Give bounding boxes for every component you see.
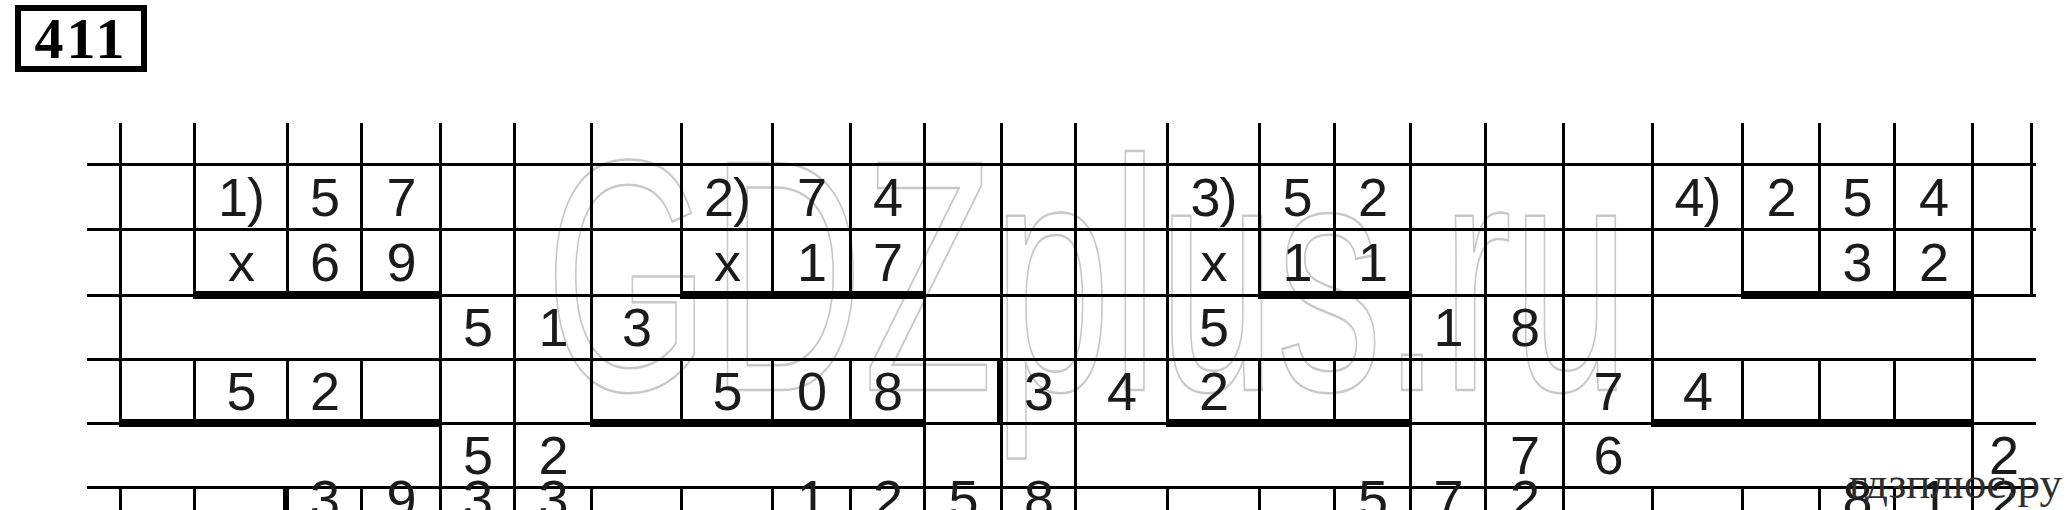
grid-cell-r5-c3: 3 — [513, 487, 590, 510]
digit: 1 — [1282, 235, 1311, 289]
grid-cell-r3-c17 — [439, 359, 513, 423]
grid-cell-r2-c19 — [1651, 229, 1741, 295]
grid-cell-r2-c13: x — [1166, 229, 1258, 295]
grid-cell-r2-c3: 9 — [360, 229, 439, 295]
grid-cell-r5-c13: 5 — [1333, 487, 1409, 510]
result-line — [680, 291, 923, 299]
grid-cell-r4-c12 — [1971, 359, 2033, 423]
grid-cell-r3-c19 — [590, 359, 680, 423]
grid-cell-r2-c10 — [923, 229, 1000, 295]
digit: 1 — [1358, 235, 1387, 289]
digit: 1 — [1433, 300, 1462, 354]
grid-cell-r1-c2: 5 — [286, 164, 360, 229]
digit: 2 — [1766, 170, 1795, 224]
digit: 3 — [310, 472, 339, 510]
grid-cell-r3-c7: 5 — [1166, 295, 1258, 359]
grid-cell-r3-c5 — [1000, 295, 1074, 359]
grid-cell-r5-c16 — [1562, 487, 1651, 510]
digit: 4 — [1683, 364, 1712, 418]
digit: 1 — [797, 472, 826, 510]
grid-cell-r4-c4 — [1333, 359, 1409, 423]
grid-cell-r2-c9: 7 — [849, 229, 923, 295]
digit: 8 — [1024, 472, 1053, 510]
result-line — [1741, 291, 1971, 299]
grid-cell-r0-c5 — [513, 123, 590, 164]
digit: 5 — [463, 300, 492, 354]
grid-cell-r3-c3: 3 — [590, 295, 680, 359]
grid-cell-r1-c21: 5 — [1818, 164, 1893, 229]
grid-cell-r1-c4 — [439, 164, 513, 229]
result-line — [119, 419, 439, 427]
grid-cell-r3-c6 — [1074, 295, 1166, 359]
grid-cell-r5-c0: 3 — [286, 487, 360, 510]
grid-cell-r0-c1 — [193, 123, 286, 164]
digit: 2 — [1358, 170, 1387, 224]
grid-cell-r0-c22 — [1893, 123, 1971, 164]
digit: 4 — [1107, 364, 1136, 418]
grid-cell-r3-c21: 0 — [771, 359, 849, 423]
grid-cell-r4-c6 — [1484, 359, 1562, 423]
result-line — [1166, 419, 1409, 427]
digit: 5 — [1842, 170, 1871, 224]
digit: 3 — [1842, 235, 1871, 289]
grid-cell-r1-c11 — [1000, 164, 1074, 229]
worksheet-page: 411 GDZplus.ru 1)572)743)524)254x69x17x1… — [0, 0, 2068, 510]
grid-cell-r0-c14 — [1258, 123, 1333, 164]
grid-cell-r3-c14: 5 — [193, 359, 286, 423]
grid-cell-r0-c20 — [1741, 123, 1818, 164]
grid-cell-r1-c20: 2 — [1741, 164, 1818, 229]
digit: 3 — [538, 472, 567, 510]
grid-cell-r0-c12 — [1074, 123, 1166, 164]
grid-cell-r0-c18 — [1562, 123, 1651, 164]
grid-cell-r3-c8: 1 — [1409, 295, 1484, 359]
grid-cell-r2-c18 — [1562, 229, 1651, 295]
multiply-sign: x — [714, 235, 740, 289]
grid-cell-r3-c20: 5 — [680, 359, 771, 423]
grid-cell-r5-c5 — [680, 487, 771, 510]
grid-cell-r3-c0 — [119, 295, 193, 359]
grid-cell-r2-c5 — [513, 229, 590, 295]
grid-cell-r2-c12 — [1074, 229, 1166, 295]
grid-cell-r5-c6: 1 — [771, 487, 849, 510]
grid-cell-r2-c6 — [590, 229, 680, 295]
grid-cell-r5-c11 — [1166, 487, 1258, 510]
grid-cell-r1-c12 — [1074, 164, 1166, 229]
grid-cell-r0-c11 — [1000, 123, 1074, 164]
digit: 6 — [310, 235, 339, 289]
grid-cell-r1-c16 — [1409, 164, 1484, 229]
grid-cell-r0-c7 — [680, 123, 771, 164]
grid-cell-r3-c15: 2 — [286, 359, 360, 423]
grid-cell-r3-c4 — [923, 295, 1000, 359]
grid-cell-r4-c23 — [193, 487, 286, 510]
grid-cell-r3-c10 — [1562, 295, 1651, 359]
digit: 1 — [797, 235, 826, 289]
problem-label: 1) — [218, 170, 264, 224]
grid-cell-r2-c4 — [439, 229, 513, 295]
grid-cell-r4-c2: 2 — [1166, 359, 1258, 423]
grid-cell-r0-c10 — [923, 123, 1000, 164]
grid-cell-r4-c1: 4 — [1074, 359, 1166, 423]
digit: 3 — [622, 300, 651, 354]
digit: 6 — [1593, 428, 1622, 482]
grid-cell-r0-c9 — [849, 123, 923, 164]
grid-cell-r5-c15: 2 — [1484, 487, 1562, 510]
grid-cell-r4-c9 — [1741, 359, 1818, 423]
grid-cell-r0-c6 — [590, 123, 680, 164]
grid-cell-r4-c0: 3 — [1000, 359, 1074, 423]
grid-cell-r2-c23 — [1971, 229, 2033, 295]
grid-cell-r1-c13: 3) — [1166, 164, 1258, 229]
digit: 3 — [463, 472, 492, 510]
grid-cell-r2-c1: x — [193, 229, 286, 295]
grid-cell-r0-c16 — [1409, 123, 1484, 164]
grid-cell-r4-c8: 4 — [1651, 359, 1741, 423]
grid-cell-r3-c18 — [513, 359, 590, 423]
grid-cell-r1-c19: 4) — [1651, 164, 1741, 229]
grid-cell-r2-c17 — [1484, 229, 1562, 295]
grid-cell-r0-c21 — [1818, 123, 1893, 164]
grid-cell-r1-c1: 1) — [193, 164, 286, 229]
digit: 0 — [797, 364, 826, 418]
digit: 5 — [712, 364, 741, 418]
grid-cell-r0-c0 — [119, 123, 193, 164]
grid-cell-r4-c10 — [1818, 359, 1893, 423]
multiply-sign: x — [228, 235, 254, 289]
grid-cell-r0-c3 — [360, 123, 439, 164]
problem-label: 3) — [1190, 170, 1236, 224]
result-line — [590, 419, 923, 427]
corner-watermark: гдзплюс.ру — [1849, 461, 2062, 506]
digit: 2 — [1919, 235, 1948, 289]
digit: 5 — [1282, 170, 1311, 224]
grid-cell-r1-c9: 4 — [849, 164, 923, 229]
digit: 4 — [873, 170, 902, 224]
grid-cell-r2-c15: 1 — [1333, 229, 1409, 295]
task-number: 411 — [35, 10, 128, 68]
grid-cell-r5-c9: 8 — [1000, 487, 1074, 510]
multiply-sign: x — [1201, 235, 1227, 289]
digit: 7 — [797, 170, 826, 224]
digit: 5 — [310, 170, 339, 224]
digit: 7 — [1433, 472, 1462, 510]
grid-cell-r1-c3: 7 — [360, 164, 439, 229]
grid-cell-r1-c17 — [1484, 164, 1562, 229]
grid-cell-r5-c12 — [1258, 487, 1333, 510]
worksheet-grid: 1)572)743)524)254x69x17x1132513518525083… — [119, 123, 2033, 510]
grid-cell-r5-c17 — [1651, 487, 1741, 510]
grid-cell-r3-c12 — [1971, 295, 2033, 359]
grid-cell-r0-c17 — [1484, 123, 1562, 164]
grid-cell-r4-c17 — [1074, 423, 1166, 487]
digit: 2 — [873, 472, 902, 510]
grid-cell-r0-c8 — [771, 123, 849, 164]
result-line — [1258, 291, 1409, 299]
grid-cell-r3-c13 — [119, 359, 193, 423]
digit: 5 — [226, 364, 255, 418]
digit: 5 — [1358, 472, 1387, 510]
problem-label: 4) — [1674, 170, 1720, 224]
grid-cell-r1-c7: 2) — [680, 164, 771, 229]
grid-cell-r5-c1: 9 — [360, 487, 439, 510]
grid-cell-r3-c22: 8 — [849, 359, 923, 423]
grid-cell-r4-c20: 6 — [1562, 423, 1651, 487]
grid-cell-r2-c0 — [119, 229, 193, 295]
grid-cell-r3-c23 — [923, 359, 1000, 423]
digit: 3 — [1024, 364, 1053, 418]
grid-cell-r0-c4 — [439, 123, 513, 164]
digit: 8 — [1510, 300, 1539, 354]
grid-cell-r3-c1: 5 — [439, 295, 513, 359]
grid-cell-r1-c8: 7 — [771, 164, 849, 229]
grid-cell-r2-c14: 1 — [1258, 229, 1333, 295]
grid-cell-r0-c2 — [286, 123, 360, 164]
grid-cell-r2-c20 — [1741, 229, 1818, 295]
grid-cell-r2-c2: 6 — [286, 229, 360, 295]
grid-cell-r2-c11 — [1000, 229, 1074, 295]
digit: 8 — [873, 364, 902, 418]
digit: 9 — [386, 235, 415, 289]
grid-cell-r2-c22: 2 — [1893, 229, 1971, 295]
grid-cell-r0-c15 — [1333, 123, 1409, 164]
digit: 5 — [1199, 300, 1228, 354]
grid-cell-r5-c14: 7 — [1409, 487, 1484, 510]
grid-cell-r2-c8: 1 — [771, 229, 849, 295]
grid-cell-r5-c4 — [590, 487, 680, 510]
grid-cell-r1-c6 — [590, 164, 680, 229]
grid-cell-r4-c11 — [1893, 359, 1971, 423]
grid-cell-r3-c9: 8 — [1484, 295, 1562, 359]
grid-cell-r3-c11 — [1651, 295, 1741, 359]
grid-cell-r1-c10 — [923, 164, 1000, 229]
grid-cell-r5-c7: 2 — [849, 487, 923, 510]
digit: 7 — [873, 235, 902, 289]
digit: 7 — [1593, 364, 1622, 418]
grid-cell-r1-c15: 2 — [1333, 164, 1409, 229]
digit: 2 — [310, 364, 339, 418]
result-line — [1651, 419, 1971, 427]
task-number-box: 411 — [15, 5, 147, 72]
grid-cell-r5-c2: 3 — [439, 487, 513, 510]
grid-cell-r1-c5 — [513, 164, 590, 229]
digit: 9 — [386, 472, 415, 510]
grid-cell-r3-c16 — [360, 359, 439, 423]
grid-cell-r1-c14: 5 — [1258, 164, 1333, 229]
grid-cell-r1-c0 — [119, 164, 193, 229]
grid-cell-r2-c16 — [1409, 229, 1484, 295]
grid-cell-r1-c23 — [1971, 164, 2033, 229]
digit: 4 — [1919, 170, 1948, 224]
grid-cell-r5-c8: 5 — [923, 487, 1000, 510]
grid-cell-r0-c19 — [1651, 123, 1741, 164]
grid-cell-r1-c22: 4 — [1893, 164, 1971, 229]
digit: 2 — [1199, 364, 1228, 418]
grid-cell-r5-c10 — [1074, 487, 1166, 510]
digit: 7 — [386, 170, 415, 224]
grid-cell-r5-c18 — [1741, 487, 1818, 510]
digit: 1 — [538, 300, 567, 354]
grid-cell-r2-c7: x — [680, 229, 771, 295]
digit: 5 — [948, 472, 977, 510]
grid-cell-r4-c3 — [1258, 359, 1333, 423]
grid-cell-r0-c23 — [1971, 123, 2033, 164]
grid-cell-r3-c2: 1 — [513, 295, 590, 359]
grid-cell-r0-c13 — [1166, 123, 1258, 164]
grid-cell-r2-c21: 3 — [1818, 229, 1893, 295]
grid-cell-r1-c18 — [1562, 164, 1651, 229]
grid-cell-r4-c7: 7 — [1562, 359, 1651, 423]
digit: 2 — [1510, 472, 1539, 510]
problem-label: 2) — [704, 170, 750, 224]
result-line — [193, 291, 439, 299]
grid-cell-r4-c5 — [1409, 359, 1484, 423]
